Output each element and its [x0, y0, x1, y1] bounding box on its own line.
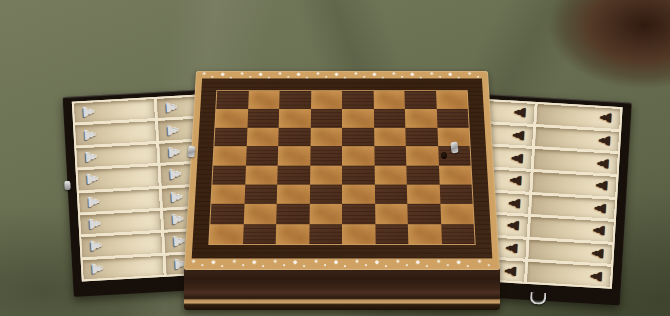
right-drawer-piece-15[interactable]: ♟ [503, 264, 519, 278]
board-square-d7[interactable] [310, 109, 342, 127]
board-square-g6[interactable] [405, 128, 437, 147]
board-square-g1[interactable] [408, 224, 442, 244]
right-drawer-compartment-4: ♟ [535, 127, 619, 152]
left-drawer-piece-4[interactable]: ♟ [164, 123, 180, 137]
board-grid [208, 90, 475, 245]
left-drawer-compartment-15: ♟ [83, 255, 164, 279]
board-square-h1[interactable] [441, 224, 475, 244]
left-drawer-piece-2[interactable]: ♟ [163, 101, 179, 115]
chessboard-lid [184, 71, 500, 270]
board-square-b2[interactable] [243, 204, 276, 224]
board-square-e8[interactable] [342, 91, 373, 109]
board-square-g3[interactable] [407, 184, 440, 204]
board-square-a2[interactable] [210, 204, 244, 224]
board-square-f3[interactable] [374, 184, 407, 204]
right-drawer-piece-2[interactable]: ♟ [598, 111, 614, 125]
right-drawer-compartment-8: ♟ [532, 172, 616, 197]
board-square-d1[interactable] [309, 224, 342, 244]
board-square-a8[interactable] [216, 91, 248, 109]
board-square-d8[interactable] [311, 91, 342, 109]
board-square-a6[interactable] [214, 128, 247, 147]
right-drawer-compartment-14: ♟ [528, 240, 612, 265]
board-square-a1[interactable] [209, 224, 243, 244]
board-square-b7[interactable] [247, 109, 279, 127]
left-drawer-piece-7[interactable]: ♟ [84, 172, 100, 186]
left-drawer-piece-6[interactable]: ♟ [166, 145, 182, 159]
left-drawer-piece-8[interactable]: ♟ [167, 168, 183, 182]
left-drawer-compartment-1: ♟ [74, 99, 155, 123]
board-square-c4[interactable] [277, 165, 310, 184]
right-drawer-compartment-16: ♟ [527, 262, 611, 287]
right-drawer-piece-7[interactable]: ♟ [508, 174, 524, 188]
board-square-a4[interactable] [212, 165, 245, 184]
left-drawer-knob-icon[interactable] [64, 181, 70, 190]
board-square-b3[interactable] [244, 184, 277, 204]
right-drawer-piece-9[interactable]: ♟ [507, 196, 523, 210]
left-drawer-compartment-7: ♟ [78, 166, 159, 190]
board-square-d4[interactable] [310, 165, 342, 184]
left-drawer-piece-5[interactable]: ♟ [83, 150, 99, 164]
left-drawer-piece-11[interactable]: ♟ [87, 217, 103, 231]
rim-wear-bottom [186, 258, 498, 269]
board-square-g7[interactable] [405, 109, 437, 127]
board-square-a5[interactable] [213, 146, 246, 165]
board-square-b5[interactable] [246, 146, 279, 165]
board-square-h4[interactable] [438, 165, 471, 184]
board-square-f1[interactable] [375, 224, 408, 244]
board-square-e1[interactable] [342, 224, 375, 244]
right-latch-icon[interactable] [450, 142, 458, 154]
rim-wear-top [197, 71, 486, 80]
left-drawer-piece-9[interactable]: ♟ [85, 195, 101, 209]
board-square-c5[interactable] [278, 146, 310, 165]
left-drawer-compartment-5: ♟ [76, 144, 157, 168]
board-square-a3[interactable] [211, 184, 244, 204]
right-drawer-piece-3[interactable]: ♟ [511, 128, 527, 142]
board-square-f4[interactable] [374, 165, 407, 184]
board-square-g4[interactable] [406, 165, 439, 184]
board-square-e3[interactable] [342, 184, 375, 204]
board-square-f5[interactable] [374, 146, 406, 165]
board-square-e5[interactable] [342, 146, 374, 165]
board-square-d3[interactable] [309, 184, 342, 204]
right-drawer-piece-8[interactable]: ♟ [594, 179, 610, 193]
left-drawer-piece-1[interactable]: ♟ [80, 105, 96, 119]
right-drawer-piece-4[interactable]: ♟ [597, 133, 613, 147]
board-square-e4[interactable] [342, 165, 374, 184]
board-square-h8[interactable] [436, 91, 468, 109]
board-square-a7[interactable] [215, 109, 247, 127]
left-drawer-piece-14[interactable]: ♟ [171, 235, 187, 249]
board-square-f7[interactable] [373, 109, 405, 127]
board-square-d5[interactable] [310, 146, 342, 165]
board-square-e6[interactable] [342, 128, 374, 147]
board-square-g2[interactable] [407, 204, 440, 224]
left-drawer-compartment-11: ♟ [80, 211, 161, 235]
board-square-c1[interactable] [276, 224, 309, 244]
board-square-c2[interactable] [276, 204, 309, 224]
photo-scene: ♟♟♟♟♟♟♟♟♟♟♟♟♟♟♟♟ ♟♟♟♟♟♟♟♟♟♟♟♟♟♟♟♟ [0, 0, 670, 316]
board-square-g5[interactable] [406, 146, 439, 165]
board-square-h2[interactable] [440, 204, 474, 224]
board-square-c7[interactable] [279, 109, 311, 127]
left-drawer-piece-15[interactable]: ♟ [89, 262, 105, 276]
board-square-b4[interactable] [245, 165, 278, 184]
right-drawer-piece-11[interactable]: ♟ [506, 219, 522, 233]
right-drawer-piece-10[interactable]: ♟ [593, 201, 609, 215]
board-square-f8[interactable] [373, 91, 405, 109]
board-square-c3[interactable] [277, 184, 310, 204]
right-drawer-compartment-10: ♟ [531, 194, 615, 219]
board-square-f6[interactable] [374, 128, 406, 147]
right-drawer-piece-6[interactable]: ♟ [596, 156, 612, 170]
right-drawer-compartment-12: ♟ [530, 217, 614, 242]
right-drawer-piece-14[interactable]: ♟ [590, 246, 606, 260]
board-square-c8[interactable] [279, 91, 311, 109]
pin-hole-icon [441, 152, 447, 159]
board-frame [192, 79, 493, 259]
board-square-h7[interactable] [436, 109, 468, 127]
left-drawer-piece-13[interactable]: ♟ [88, 239, 104, 253]
board-square-c6[interactable] [278, 128, 310, 147]
board-square-b6[interactable] [246, 128, 278, 147]
right-drawer-piece-16[interactable]: ♟ [589, 269, 605, 283]
board-square-d6[interactable] [310, 128, 342, 147]
right-drawer-piece-5[interactable]: ♟ [510, 151, 526, 165]
board-square-h3[interactable] [439, 184, 472, 204]
board-square-f2[interactable] [375, 204, 408, 224]
board-square-b1[interactable] [242, 224, 276, 244]
board-square-b8[interactable] [248, 91, 280, 109]
box-front-face [184, 265, 500, 310]
right-drawer-compartment-6: ♟ [534, 149, 618, 174]
board-square-d2[interactable] [309, 204, 342, 224]
board-square-e2[interactable] [342, 204, 375, 224]
right-drawer-piece-12[interactable]: ♟ [592, 224, 608, 238]
right-drawer-piece-13[interactable]: ♟ [504, 241, 520, 255]
left-drawer-piece-12[interactable]: ♟ [169, 212, 185, 226]
right-drawer-compartment-2: ♟ [536, 104, 620, 129]
board-square-g8[interactable] [404, 91, 436, 109]
left-drawer-compartment-13: ♟ [81, 233, 162, 257]
board-square-e7[interactable] [342, 109, 374, 127]
left-drawer-compartment-9: ♟ [79, 188, 160, 212]
right-drawer-piece-1[interactable]: ♟ [512, 106, 528, 120]
left-drawer-compartment-3: ♟ [75, 121, 156, 145]
left-drawer-piece-3[interactable]: ♟ [82, 128, 98, 142]
left-drawer-piece-10[interactable]: ♟ [168, 190, 184, 204]
